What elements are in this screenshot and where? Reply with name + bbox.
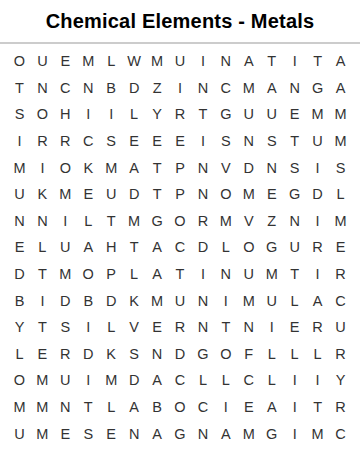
grid-cell[interactable]: I: [283, 48, 306, 75]
grid-cell[interactable]: C: [329, 420, 352, 447]
grid-cell[interactable]: K: [77, 154, 100, 181]
grid-cell[interactable]: O: [237, 234, 260, 261]
grid-cell[interactable]: I: [54, 208, 77, 235]
grid-cell[interactable]: K: [100, 341, 123, 368]
grid-cell[interactable]: T: [31, 261, 54, 288]
grid-cell[interactable]: E: [123, 128, 146, 155]
grid-cell[interactable]: M: [54, 181, 77, 208]
grid-cell[interactable]: E: [100, 420, 123, 447]
grid-cell[interactable]: G: [260, 234, 283, 261]
grid-cell[interactable]: M: [146, 48, 169, 75]
grid-cell[interactable]: I: [77, 101, 100, 128]
grid-cell[interactable]: R: [54, 128, 77, 155]
grid-cell[interactable]: Z: [146, 75, 169, 102]
grid-cell[interactable]: T: [123, 234, 146, 261]
grid-cell[interactable]: A: [146, 234, 169, 261]
grid-cell[interactable]: I: [191, 261, 214, 288]
grid-cell[interactable]: L: [100, 48, 123, 75]
grid-cell[interactable]: R: [169, 101, 192, 128]
grid-cell[interactable]: M: [329, 101, 352, 128]
grid-cell[interactable]: G: [191, 341, 214, 368]
grid-cell[interactable]: A: [329, 75, 352, 102]
grid-cell[interactable]: N: [191, 154, 214, 181]
grid-cell[interactable]: N: [54, 394, 77, 421]
grid-cell[interactable]: L: [31, 234, 54, 261]
grid-cell[interactable]: A: [123, 154, 146, 181]
grid-cell[interactable]: U: [329, 314, 352, 341]
grid-cell[interactable]: D: [77, 341, 100, 368]
grid-cell[interactable]: I: [8, 128, 31, 155]
grid-cell[interactable]: O: [8, 48, 31, 75]
grid-cell[interactable]: M: [77, 48, 100, 75]
grid-cell[interactable]: O: [8, 367, 31, 394]
grid-cell[interactable]: N: [214, 261, 237, 288]
grid-cell[interactable]: E: [283, 101, 306, 128]
grid-cell[interactable]: M: [31, 367, 54, 394]
grid-cell[interactable]: T: [8, 75, 31, 102]
grid-cell[interactable]: M: [329, 208, 352, 235]
grid-cell[interactable]: L: [260, 341, 283, 368]
grid-cell[interactable]: T: [77, 394, 100, 421]
grid-cell[interactable]: C: [54, 75, 77, 102]
grid-cell[interactable]: N: [31, 208, 54, 235]
grid-cell[interactable]: M: [329, 128, 352, 155]
grid-cell[interactable]: E: [146, 314, 169, 341]
grid-cell[interactable]: T: [214, 314, 237, 341]
grid-cell[interactable]: L: [283, 287, 306, 314]
grid-cell[interactable]: M: [260, 261, 283, 288]
grid-cell[interactable]: N: [8, 208, 31, 235]
grid-cell[interactable]: G: [283, 181, 306, 208]
grid-cell[interactable]: B: [100, 75, 123, 102]
grid-cell[interactable]: V: [123, 314, 146, 341]
grid-cell[interactable]: M: [31, 394, 54, 421]
grid-cell[interactable]: W: [123, 48, 146, 75]
grid-cell[interactable]: E: [329, 234, 352, 261]
grid-cell[interactable]: M: [100, 367, 123, 394]
grid-cell[interactable]: T: [283, 128, 306, 155]
grid-cell[interactable]: L: [214, 367, 237, 394]
grid-cell[interactable]: E: [146, 128, 169, 155]
grid-cell[interactable]: M: [214, 208, 237, 235]
grid-cell[interactable]: E: [169, 128, 192, 155]
grid-cell[interactable]: D: [54, 287, 77, 314]
grid-cell[interactable]: E: [54, 420, 77, 447]
grid-cell[interactable]: T: [146, 181, 169, 208]
grid-cell[interactable]: M: [306, 101, 329, 128]
grid-cell[interactable]: G: [169, 420, 192, 447]
grid-cell[interactable]: H: [54, 101, 77, 128]
grid-cell[interactable]: I: [191, 48, 214, 75]
grid-cell[interactable]: U: [169, 287, 192, 314]
grid-cell[interactable]: I: [260, 314, 283, 341]
grid-cell[interactable]: M: [31, 420, 54, 447]
grid-cell[interactable]: N: [191, 287, 214, 314]
grid-cell[interactable]: D: [306, 181, 329, 208]
grid-cell[interactable]: I: [214, 394, 237, 421]
grid-cell[interactable]: S: [329, 154, 352, 181]
grid-cell[interactable]: I: [283, 420, 306, 447]
grid-cell[interactable]: N: [283, 75, 306, 102]
grid-cell[interactable]: M: [237, 287, 260, 314]
grid-cell[interactable]: A: [329, 48, 352, 75]
grid-cell[interactable]: N: [191, 420, 214, 447]
grid-cell[interactable]: D: [191, 234, 214, 261]
grid-cell[interactable]: I: [77, 367, 100, 394]
grid-cell[interactable]: G: [260, 420, 283, 447]
grid-cell[interactable]: K: [123, 287, 146, 314]
grid-cell[interactable]: G: [306, 75, 329, 102]
grid-cell[interactable]: U: [260, 101, 283, 128]
grid-cell[interactable]: V: [237, 208, 260, 235]
word-search-page: Chemical Elements - Metals OUEMLWMUINATI…: [0, 0, 360, 460]
grid-cell[interactable]: G: [146, 208, 169, 235]
grid-cell[interactable]: N: [191, 75, 214, 102]
grid-cell[interactable]: A: [77, 234, 100, 261]
grid-cell[interactable]: N: [146, 341, 169, 368]
grid-cell[interactable]: T: [31, 314, 54, 341]
grid-cell[interactable]: I: [306, 367, 329, 394]
grid-cell[interactable]: S: [54, 314, 77, 341]
grid-cell[interactable]: L: [260, 367, 283, 394]
grid-cell[interactable]: M: [237, 75, 260, 102]
title-divider: [0, 42, 360, 44]
grid-cell[interactable]: R: [329, 394, 352, 421]
grid-cell[interactable]: N: [283, 208, 306, 235]
grid-cell[interactable]: S: [100, 128, 123, 155]
grid-cell[interactable]: L: [100, 314, 123, 341]
grid-cell[interactable]: D: [8, 261, 31, 288]
grid-cell[interactable]: N: [237, 128, 260, 155]
grid-cell[interactable]: L: [191, 367, 214, 394]
grid-cell[interactable]: O: [169, 394, 192, 421]
grid-cell[interactable]: B: [77, 287, 100, 314]
grid-cell[interactable]: S: [283, 154, 306, 181]
grid-cell[interactable]: O: [54, 154, 77, 181]
grid-cell[interactable]: D: [123, 75, 146, 102]
grid-cell[interactable]: S: [8, 101, 31, 128]
grid-cell[interactable]: R: [54, 341, 77, 368]
puzzle-grid: OUEMLWMUINATITATNCNBDZINCMANGASOHIILYRTG…: [8, 48, 352, 447]
grid-cell[interactable]: D: [100, 287, 123, 314]
grid-cell[interactable]: L: [329, 181, 352, 208]
grid-cell[interactable]: R: [306, 234, 329, 261]
grid-cell[interactable]: T: [146, 154, 169, 181]
grid-cell[interactable]: U: [169, 48, 192, 75]
grid-cell[interactable]: U: [100, 181, 123, 208]
grid-cell[interactable]: H: [100, 234, 123, 261]
grid-cell[interactable]: T: [191, 101, 214, 128]
grid-cell[interactable]: B: [8, 287, 31, 314]
grid-cell[interactable]: N: [191, 314, 214, 341]
grid-cell[interactable]: I: [100, 101, 123, 128]
grid-cell[interactable]: Y: [8, 314, 31, 341]
grid-cell[interactable]: M: [146, 287, 169, 314]
grid-cell[interactable]: D: [237, 154, 260, 181]
grid-cell[interactable]: A: [146, 420, 169, 447]
grid-cell[interactable]: E: [237, 394, 260, 421]
grid-cell[interactable]: O: [169, 208, 192, 235]
grid-cell[interactable]: U: [237, 261, 260, 288]
grid-cell[interactable]: M: [100, 154, 123, 181]
grid-cell[interactable]: N: [31, 75, 54, 102]
grid-cell[interactable]: C: [329, 287, 352, 314]
grid-cell[interactable]: T: [169, 261, 192, 288]
grid-cell[interactable]: I: [306, 261, 329, 288]
grid-cell[interactable]: L: [306, 341, 329, 368]
grid-cell[interactable]: N: [214, 48, 237, 75]
grid-cell[interactable]: U: [260, 287, 283, 314]
grid-cell[interactable]: E: [8, 234, 31, 261]
grid-cell[interactable]: M: [237, 420, 260, 447]
grid-cell[interactable]: P: [100, 261, 123, 288]
grid-cell[interactable]: D: [123, 181, 146, 208]
grid-cell[interactable]: N: [191, 181, 214, 208]
grid-cell[interactable]: L: [8, 341, 31, 368]
grid-cell[interactable]: C: [169, 367, 192, 394]
grid-cell[interactable]: O: [31, 101, 54, 128]
grid-cell[interactable]: U: [54, 234, 77, 261]
grid-cell[interactable]: P: [169, 181, 192, 208]
grid-cell[interactable]: R: [169, 314, 192, 341]
grid-cell[interactable]: U: [54, 367, 77, 394]
grid-cell[interactable]: T: [283, 261, 306, 288]
grid-cell[interactable]: F: [237, 341, 260, 368]
grid-cell[interactable]: Y: [329, 367, 352, 394]
grid-cell[interactable]: D: [169, 341, 192, 368]
grid-cell[interactable]: R: [191, 208, 214, 235]
grid-cell[interactable]: L: [100, 394, 123, 421]
grid-cell[interactable]: U: [8, 420, 31, 447]
grid-cell[interactable]: I: [31, 287, 54, 314]
grid-cell[interactable]: S: [214, 128, 237, 155]
grid-cell[interactable]: L: [77, 208, 100, 235]
grid-cell[interactable]: K: [31, 181, 54, 208]
grid-cell[interactable]: O: [214, 181, 237, 208]
grid-cell[interactable]: U: [283, 234, 306, 261]
grid-cell[interactable]: S: [123, 341, 146, 368]
grid-cell[interactable]: O: [214, 341, 237, 368]
grid-cell[interactable]: A: [237, 48, 260, 75]
grid-cell[interactable]: Y: [146, 101, 169, 128]
grid-cell[interactable]: T: [306, 394, 329, 421]
grid-cell[interactable]: A: [260, 75, 283, 102]
grid-cell[interactable]: L: [123, 101, 146, 128]
grid-cell[interactable]: M: [306, 420, 329, 447]
grid-cell[interactable]: D: [123, 367, 146, 394]
grid-cell[interactable]: M: [123, 208, 146, 235]
grid-cell[interactable]: T: [260, 48, 283, 75]
grid-cell[interactable]: G: [214, 101, 237, 128]
grid-cell[interactable]: A: [214, 420, 237, 447]
grid-cell[interactable]: L: [283, 341, 306, 368]
grid-cell[interactable]: R: [329, 341, 352, 368]
grid-cell[interactable]: S: [77, 420, 100, 447]
grid-cell[interactable]: E: [31, 341, 54, 368]
grid-cell[interactable]: U: [237, 101, 260, 128]
grid-cell[interactable]: R: [329, 261, 352, 288]
grid-cell[interactable]: C: [237, 367, 260, 394]
grid-cell[interactable]: Z: [260, 208, 283, 235]
grid-cell[interactable]: I: [191, 128, 214, 155]
grid-cell[interactable]: M: [237, 181, 260, 208]
grid-cell[interactable]: C: [77, 128, 100, 155]
grid-cell[interactable]: B: [146, 394, 169, 421]
grid-cell[interactable]: A: [146, 367, 169, 394]
grid-cell[interactable]: I: [306, 208, 329, 235]
grid-cell[interactable]: R: [306, 314, 329, 341]
grid-cell[interactable]: E: [77, 181, 100, 208]
grid-cell[interactable]: T: [100, 208, 123, 235]
puzzle-title: Chemical Elements - Metals: [0, 0, 360, 33]
grid-cell[interactable]: S: [260, 128, 283, 155]
grid-cell[interactable]: N: [237, 314, 260, 341]
grid-cell[interactable]: U: [306, 128, 329, 155]
grid-cell[interactable]: C: [214, 75, 237, 102]
grid-cell[interactable]: C: [169, 234, 192, 261]
grid-cell[interactable]: C: [191, 394, 214, 421]
grid-cell[interactable]: I: [283, 394, 306, 421]
grid-cell[interactable]: L: [123, 261, 146, 288]
grid-cell[interactable]: O: [77, 261, 100, 288]
grid-cell[interactable]: N: [123, 420, 146, 447]
grid-cell[interactable]: U: [31, 48, 54, 75]
grid-cell[interactable]: A: [306, 287, 329, 314]
grid-cell[interactable]: A: [260, 394, 283, 421]
grid-cell[interactable]: I: [283, 367, 306, 394]
grid-cell[interactable]: I: [306, 154, 329, 181]
grid-cell[interactable]: V: [214, 154, 237, 181]
grid-cell[interactable]: I: [214, 287, 237, 314]
grid-cell[interactable]: M: [8, 154, 31, 181]
grid-cell[interactable]: M: [8, 394, 31, 421]
grid-cell[interactable]: A: [146, 261, 169, 288]
grid-cell[interactable]: E: [283, 314, 306, 341]
grid-cell[interactable]: E: [54, 48, 77, 75]
grid-cell[interactable]: N: [77, 75, 100, 102]
grid-cell[interactable]: U: [8, 181, 31, 208]
grid-cell[interactable]: A: [123, 394, 146, 421]
grid-cell[interactable]: I: [169, 75, 192, 102]
grid-cell[interactable]: R: [31, 128, 54, 155]
grid-cell[interactable]: E: [260, 181, 283, 208]
grid-cell[interactable]: N: [260, 154, 283, 181]
grid-cell[interactable]: I: [77, 314, 100, 341]
grid-cell[interactable]: P: [169, 154, 192, 181]
grid-cell[interactable]: I: [31, 154, 54, 181]
grid-cell[interactable]: T: [306, 48, 329, 75]
grid-cell[interactable]: M: [54, 261, 77, 288]
grid-cell[interactable]: L: [214, 234, 237, 261]
